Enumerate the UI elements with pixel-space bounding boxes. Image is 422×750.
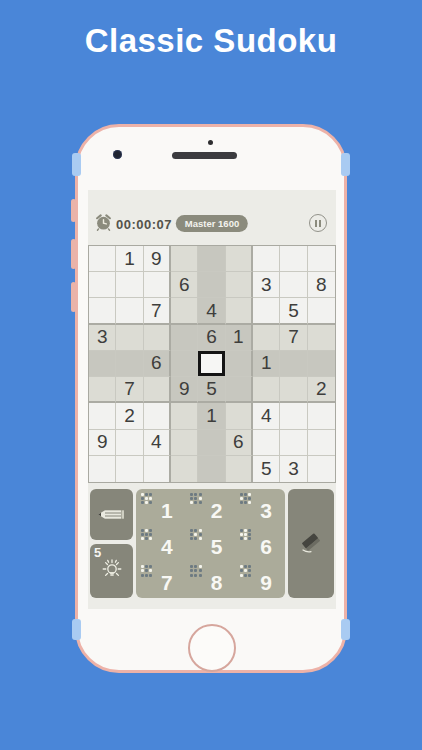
- grid-cell-r7c3[interactable]: [144, 403, 171, 429]
- grid-cell-r7c6[interactable]: [226, 403, 253, 429]
- grid-cell-r8c7[interactable]: [253, 430, 280, 456]
- numpad-button-1[interactable]: 1: [136, 489, 186, 525]
- grid-cell-r9c8[interactable]: 3: [280, 456, 307, 482]
- pause-button[interactable]: [309, 214, 327, 232]
- grid-cell-r8c4[interactable]: [171, 430, 198, 456]
- page-title: Classic Sudoku: [0, 22, 422, 60]
- numpad-button-5[interactable]: 5: [186, 525, 236, 561]
- grid-cell-r5c7[interactable]: 1: [253, 351, 280, 377]
- numpad-digit: 6: [260, 535, 272, 559]
- numpad-digit: 9: [260, 571, 272, 595]
- grid-cell-r5c6[interactable]: [226, 351, 253, 377]
- grid-cell-r9c4[interactable]: [171, 456, 198, 482]
- grid-cell-r2c4[interactable]: 6: [171, 272, 198, 298]
- front-camera: [113, 150, 122, 159]
- numpad-button-6[interactable]: 6: [235, 525, 285, 561]
- grid-cell-r1c5[interactable]: [198, 246, 225, 272]
- lightbulb-icon: [98, 555, 126, 587]
- sudoku-grid: 19638745361761795221494653: [88, 245, 336, 483]
- grid-cell-r6c2[interactable]: 7: [116, 377, 143, 403]
- grid-cell-r8c2[interactable]: [116, 430, 143, 456]
- grid-cell-r7c1[interactable]: [89, 403, 116, 429]
- grid-cell-r9c2[interactable]: [116, 456, 143, 482]
- numpad-digit: 2: [211, 499, 223, 523]
- mute-switch: [71, 199, 76, 222]
- grid-cell-r9c9[interactable]: [308, 456, 335, 482]
- earpiece-speaker: [172, 152, 237, 159]
- numpad-digit: 5: [211, 535, 223, 559]
- grid-cell-r9c5[interactable]: [198, 456, 225, 482]
- grid-cell-r3c1[interactable]: [89, 298, 116, 324]
- grid-cell-r1c4[interactable]: [171, 246, 198, 272]
- placed-blocks-minimap-9: [239, 565, 252, 578]
- placed-blocks-minimap-6: [239, 528, 252, 541]
- grid-cell-r7c7[interactable]: 4: [253, 403, 280, 429]
- placed-blocks-minimap-5: [190, 528, 203, 541]
- grid-cell-r1c9[interactable]: [308, 246, 335, 272]
- grid-cell-r8c8[interactable]: [280, 430, 307, 456]
- grid-cell-r7c8[interactable]: [280, 403, 307, 429]
- numpad-button-4[interactable]: 4: [136, 525, 186, 561]
- placed-blocks-minimap-1: [140, 492, 153, 505]
- grid-cell-r4c5[interactable]: 6: [198, 325, 225, 351]
- grid-cell-r1c3[interactable]: 9: [144, 246, 171, 272]
- grid-cell-r4c9[interactable]: [308, 325, 335, 351]
- grid-cell-r8c3[interactable]: 4: [144, 430, 171, 456]
- timer-value: 00:00:07: [116, 217, 172, 232]
- grid-cell-r8c5[interactable]: [198, 430, 225, 456]
- volume-up-button: [71, 239, 76, 269]
- pencil-icon: [98, 506, 125, 524]
- frame-cutout-bottom-right: [341, 619, 350, 640]
- grid-cell-r6c9[interactable]: 2: [308, 377, 335, 403]
- grid-cell-r2c1[interactable]: [89, 272, 116, 298]
- grid-cell-r5c3[interactable]: 6: [144, 351, 171, 377]
- phone-frame: 00:00:07 Master 1600 1963874536176179522…: [75, 124, 347, 673]
- app-screen: 00:00:07 Master 1600 1963874536176179522…: [88, 190, 336, 609]
- grid-cell-r3c8[interactable]: 5: [280, 298, 307, 324]
- grid-cell-r6c1[interactable]: [89, 377, 116, 403]
- grid-cell-r5c9[interactable]: [308, 351, 335, 377]
- hint-count-badge: 5: [94, 545, 101, 560]
- grid-cell-r7c4[interactable]: [171, 403, 198, 429]
- grid-cell-r4c4[interactable]: [171, 325, 198, 351]
- grid-cell-r6c8[interactable]: [280, 377, 307, 403]
- grid-cell-r2c8[interactable]: [280, 272, 307, 298]
- grid-cell-r9c3[interactable]: [144, 456, 171, 482]
- grid-cell-r5c2[interactable]: [116, 351, 143, 377]
- grid-cell-r4c6[interactable]: 1: [226, 325, 253, 351]
- volume-down-button: [71, 282, 76, 312]
- grid-cell-r3c7[interactable]: [253, 298, 280, 324]
- eraser-icon: [298, 529, 324, 559]
- frame-cutout-top-right: [341, 153, 350, 176]
- grid-cell-r6c5[interactable]: 5: [198, 377, 225, 403]
- game-hud: 00:00:07 Master 1600: [88, 211, 336, 237]
- grid-cell-r9c7[interactable]: 5: [253, 456, 280, 482]
- grid-cell-r6c6[interactable]: [226, 377, 253, 403]
- grid-cell-r2c5[interactable]: [198, 272, 225, 298]
- grid-cell-r1c2[interactable]: 1: [116, 246, 143, 272]
- grid-cell-r8c6[interactable]: 6: [226, 430, 253, 456]
- placed-blocks-minimap-3: [239, 492, 252, 505]
- placed-blocks-minimap-7: [140, 565, 153, 578]
- marketing-screenshot: { "title": "Classic Sudoku", "game": "su…: [0, 0, 422, 750]
- numpad-digit: 8: [211, 571, 223, 595]
- grid-cell-r2c9[interactable]: 8: [308, 272, 335, 298]
- grid-cell-r6c3[interactable]: [144, 377, 171, 403]
- grid-cell-r1c7[interactable]: [253, 246, 280, 272]
- eraser-button[interactable]: [288, 489, 334, 598]
- hint-button[interactable]: 5: [90, 544, 133, 598]
- numpad-button-9[interactable]: 9: [235, 562, 285, 598]
- grid-cell-r3c9[interactable]: [308, 298, 335, 324]
- grid-cell-r7c5[interactable]: 1: [198, 403, 225, 429]
- numpad-button-7[interactable]: 7: [136, 562, 186, 598]
- home-button[interactable]: [188, 624, 236, 672]
- timer-group: 00:00:07: [95, 211, 172, 237]
- frame-cutout-bottom-left: [72, 619, 81, 640]
- placed-blocks-minimap-4: [140, 528, 153, 541]
- grid-cell-r7c9[interactable]: [308, 403, 335, 429]
- grid-cell-r1c8[interactable]: [280, 246, 307, 272]
- grid-cell-r9c1[interactable]: [89, 456, 116, 482]
- grid-cell-r3c5[interactable]: 4: [198, 298, 225, 324]
- numpad-digit: 4: [161, 535, 173, 559]
- placed-blocks-minimap-2: [190, 492, 203, 505]
- grid-cell-r6c7[interactable]: [253, 377, 280, 403]
- grid-cell-r2c7[interactable]: 3: [253, 272, 280, 298]
- grid-cell-r8c9[interactable]: [308, 430, 335, 456]
- input-pad: 5: [88, 489, 336, 598]
- grid-cell-r7c2[interactable]: 2: [116, 403, 143, 429]
- numpad-button-3[interactable]: 3: [235, 489, 285, 525]
- grid-cell-r4c1[interactable]: 3: [89, 325, 116, 351]
- grid-cell-r2c6[interactable]: [226, 272, 253, 298]
- numpad-digit: 3: [260, 499, 272, 523]
- grid-cell-r3c2[interactable]: [116, 298, 143, 324]
- grid-cell-r5c8[interactable]: [280, 351, 307, 377]
- grid-cell-r5c5[interactable]: [198, 351, 225, 377]
- grid-cell-r4c7[interactable]: [253, 325, 280, 351]
- grid-cell-r4c2[interactable]: [116, 325, 143, 351]
- numpad-button-2[interactable]: 2: [186, 489, 236, 525]
- grid-cell-r5c4[interactable]: [171, 351, 198, 377]
- grid-cell-r5c1[interactable]: [89, 351, 116, 377]
- frame-cutout-top-left: [72, 153, 81, 176]
- grid-cell-r1c1[interactable]: [89, 246, 116, 272]
- grid-cell-r6c4[interactable]: 9: [171, 377, 198, 403]
- grid-cell-r3c3[interactable]: 7: [144, 298, 171, 324]
- grid-cell-r2c3[interactable]: [144, 272, 171, 298]
- grid-cell-r9c6[interactable]: [226, 456, 253, 482]
- numpad-digit: 7: [161, 571, 173, 595]
- alarm-clock-icon: [95, 214, 112, 235]
- grid-cell-r3c6[interactable]: [226, 298, 253, 324]
- grid-cell-r2c2[interactable]: [116, 272, 143, 298]
- grid-cell-r8c1[interactable]: 9: [89, 430, 116, 456]
- numpad-button-8[interactable]: 8: [186, 562, 236, 598]
- number-pad: 123456789: [136, 489, 285, 598]
- proximity-sensor-dot: [208, 140, 213, 145]
- grid-cell-r3c4[interactable]: [171, 298, 198, 324]
- pencil-notes-button[interactable]: [90, 489, 133, 540]
- grid-cell-r4c3[interactable]: [144, 325, 171, 351]
- numpad-digit: 1: [161, 499, 173, 523]
- placed-blocks-minimap-8: [190, 565, 203, 578]
- level-badge: Master 1600: [176, 215, 248, 232]
- grid-cell-r4c8[interactable]: 7: [280, 325, 307, 351]
- grid-cell-r1c6[interactable]: [226, 246, 253, 272]
